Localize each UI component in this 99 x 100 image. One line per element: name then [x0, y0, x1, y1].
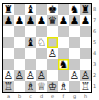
square-f7[interactable]: ♟ [58, 15, 69, 26]
rank-label-1: 1 [93, 81, 99, 92]
square-g5[interactable] [69, 37, 80, 48]
square-b7[interactable]: ♟ [14, 15, 25, 26]
square-d5[interactable]: ♘ [36, 37, 47, 48]
square-g6[interactable] [69, 26, 80, 37]
square-b2[interactable]: ♙ [14, 70, 25, 81]
piece-white-queen: ♕ [37, 81, 46, 92]
square-g1[interactable] [69, 81, 80, 92]
rank-label-3: 3 [93, 59, 99, 70]
rank-label-5: 5 [93, 37, 99, 48]
file-label-d: d [36, 93, 47, 99]
file-label-g: g [69, 93, 80, 99]
square-f1[interactable]: ♗ [58, 81, 69, 92]
file-label-c: c [25, 93, 36, 99]
square-g2[interactable]: ♙ [69, 70, 80, 81]
square-g7[interactable]: ♟ [69, 15, 80, 26]
piece-black-pawn: ♟ [15, 15, 24, 26]
piece-black-pawn: ♟ [4, 15, 13, 26]
square-e7[interactable]: ♛ [47, 15, 58, 26]
file-label-e: e [47, 93, 58, 99]
piece-black-pawn: ♟ [37, 15, 46, 26]
square-d1[interactable]: ♕ [36, 81, 47, 92]
square-f6[interactable] [58, 26, 69, 37]
piece-white-pawn: ♙ [48, 48, 57, 59]
square-a7[interactable]: ♟ [3, 15, 14, 26]
square-h7[interactable]: ♟ [80, 15, 91, 26]
rank-label-6: 6 [93, 26, 99, 37]
square-c7[interactable]: ♟ [25, 15, 36, 26]
square-a6[interactable] [3, 26, 14, 37]
square-g4[interactable] [69, 48, 80, 59]
square-h4[interactable] [80, 48, 91, 59]
square-d4[interactable] [36, 48, 47, 59]
file-label-a: a [3, 93, 14, 99]
square-c4[interactable] [25, 48, 36, 59]
square-d7[interactable]: ♟ [36, 15, 47, 26]
square-f5[interactable] [58, 37, 69, 48]
square-b4[interactable] [14, 48, 25, 59]
piece-white-knight: ♘ [37, 37, 46, 48]
square-h1[interactable]: ♖ [80, 81, 91, 92]
file-label-f: f [58, 93, 69, 99]
square-a5[interactable] [3, 37, 14, 48]
square-e3[interactable] [47, 59, 58, 70]
piece-white-king: ♔ [48, 81, 57, 92]
piece-white-bishop: ♗ [59, 81, 68, 92]
piece-black-knight: ♞ [59, 59, 68, 70]
piece-white-bishop: ♗ [26, 81, 35, 92]
square-c5[interactable]: ♝ [25, 37, 36, 48]
square-b6[interactable] [14, 26, 25, 37]
square-e4[interactable]: ♙ [47, 48, 58, 59]
file-label-h: h [80, 93, 91, 99]
square-b5[interactable] [14, 37, 25, 48]
rank-label-8: 8 [93, 4, 99, 15]
square-a4[interactable] [3, 48, 14, 59]
rank-label-4: 4 [93, 48, 99, 59]
square-e6[interactable] [47, 26, 58, 37]
piece-black-queen: ♛ [48, 15, 57, 26]
piece-black-pawn: ♟ [26, 15, 35, 26]
piece-black-pawn: ♟ [59, 15, 68, 26]
piece-black-pawn: ♟ [70, 15, 79, 26]
square-e1[interactable]: ♔ [47, 81, 58, 92]
piece-white-rook: ♖ [4, 81, 13, 92]
piece-white-pawn: ♙ [70, 70, 79, 81]
piece-black-pawn: ♟ [81, 15, 90, 26]
rank-label-7: 7 [93, 15, 99, 26]
chess-board: ♜♝♚♞♜♟♟♟♟♛♟♟♟♝♘♙♞♙♙♙♙♙♙♖♗♕♔♗♖ [2, 3, 92, 93]
square-a1[interactable]: ♖ [3, 81, 14, 92]
file-labels: abcdefgh [3, 93, 91, 99]
square-b1[interactable] [14, 81, 25, 92]
square-c1[interactable]: ♗ [25, 81, 36, 92]
piece-white-pawn: ♙ [15, 70, 24, 81]
piece-white-rook: ♖ [81, 81, 90, 92]
square-h6[interactable] [80, 26, 91, 37]
piece-black-bishop: ♝ [26, 37, 35, 48]
file-label-b: b [14, 93, 25, 99]
rank-label-2: 2 [93, 70, 99, 81]
square-h5[interactable] [80, 37, 91, 48]
rank-labels: 87654321 [93, 4, 99, 92]
square-f3[interactable]: ♞ [58, 59, 69, 70]
